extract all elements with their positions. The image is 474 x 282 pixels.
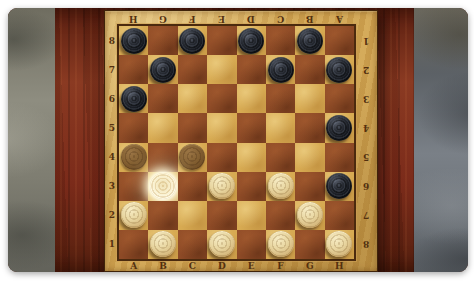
- rank-label-2: 2: [354, 55, 379, 84]
- square-h7[interactable]: [325, 55, 354, 84]
- file-label-a: A: [119, 259, 148, 272]
- file-label-b: B: [295, 11, 324, 26]
- rank-label-4: 4: [354, 113, 379, 142]
- rank-label-6: 6: [105, 84, 119, 113]
- rank-label-2: 2: [105, 201, 119, 230]
- checkers-board: HGFEDCBA ABCDEFGH 87654321 12345678: [104, 10, 378, 272]
- file-label-b: B: [148, 259, 177, 272]
- square-d4: [207, 143, 236, 172]
- blurred-backdrop-left: [8, 8, 55, 272]
- rank-label-7: 7: [354, 201, 379, 230]
- screenshot-root: { "game": "checkers", "board": { "files_…: [0, 0, 474, 282]
- square-e3: [237, 172, 266, 201]
- square-f1[interactable]: [266, 230, 295, 259]
- dark-piece-b7[interactable]: [150, 57, 176, 83]
- rank-label-8: 8: [354, 230, 379, 259]
- file-label-c: C: [266, 11, 295, 26]
- rank-label-5: 5: [105, 113, 119, 142]
- light-piece-h1[interactable]: [326, 231, 352, 257]
- square-g6[interactable]: [295, 84, 324, 113]
- light-piece-f1[interactable]: [268, 231, 294, 257]
- rank-label-1: 1: [354, 26, 379, 55]
- file-label-g: G: [295, 259, 324, 272]
- rank-label-1: 1: [105, 230, 119, 259]
- rank-labels-left: 87654321: [105, 26, 119, 259]
- square-e6[interactable]: [237, 84, 266, 113]
- square-g2[interactable]: [295, 201, 324, 230]
- square-g8[interactable]: [295, 26, 324, 55]
- square-a1: [119, 230, 148, 259]
- square-b5[interactable]: [148, 113, 177, 142]
- file-label-g: G: [148, 11, 177, 26]
- dark-piece-e8[interactable]: [238, 28, 264, 54]
- selected-light-piece-b3[interactable]: [150, 173, 176, 199]
- square-a5: [119, 113, 148, 142]
- square-e2[interactable]: [237, 201, 266, 230]
- dark-piece-a8[interactable]: [121, 28, 147, 54]
- square-h3[interactable]: [325, 172, 354, 201]
- dark-piece-f7[interactable]: [268, 57, 294, 83]
- dark-piece-h3[interactable]: [326, 173, 352, 199]
- dark-piece-h5[interactable]: [326, 115, 352, 141]
- move-preview-a4[interactable]: [121, 144, 147, 170]
- square-d2: [207, 201, 236, 230]
- square-d5[interactable]: [207, 113, 236, 142]
- square-h2: [325, 201, 354, 230]
- square-c5: [178, 113, 207, 142]
- file-label-f: F: [178, 11, 207, 26]
- square-e4[interactable]: [237, 143, 266, 172]
- square-d8: [207, 26, 236, 55]
- file-label-d: D: [237, 11, 266, 26]
- square-a2[interactable]: [119, 201, 148, 230]
- game-scene: HGFEDCBA ABCDEFGH 87654321 12345678: [8, 8, 468, 272]
- rank-label-4: 4: [105, 143, 119, 172]
- square-e1: [237, 230, 266, 259]
- light-piece-f3[interactable]: [268, 173, 294, 199]
- square-g4[interactable]: [295, 143, 324, 172]
- square-h8: [325, 26, 354, 55]
- square-c7: [178, 55, 207, 84]
- square-f5[interactable]: [266, 113, 295, 142]
- file-label-d: D: [207, 259, 236, 272]
- file-labels-top: HGFEDCBA: [119, 11, 354, 26]
- file-label-e: E: [207, 11, 236, 26]
- rank-label-7: 7: [105, 55, 119, 84]
- blurred-backdrop-right: [414, 8, 468, 272]
- square-f6: [266, 84, 295, 113]
- board-squares-grid: [119, 26, 354, 259]
- file-label-c: C: [178, 259, 207, 272]
- rank-label-3: 3: [354, 84, 379, 113]
- square-g3: [295, 172, 324, 201]
- square-e8[interactable]: [237, 26, 266, 55]
- square-b6: [148, 84, 177, 113]
- square-b7[interactable]: [148, 55, 177, 84]
- square-e7: [237, 55, 266, 84]
- rank-label-6: 6: [354, 172, 379, 201]
- square-b1[interactable]: [148, 230, 177, 259]
- square-g1: [295, 230, 324, 259]
- square-c2[interactable]: [178, 201, 207, 230]
- square-a8[interactable]: [119, 26, 148, 55]
- square-c3: [178, 172, 207, 201]
- file-label-h: H: [119, 11, 148, 26]
- square-g7: [295, 55, 324, 84]
- dark-piece-c8[interactable]: [179, 28, 205, 54]
- file-label-e: E: [237, 259, 266, 272]
- square-a6[interactable]: [119, 84, 148, 113]
- dark-piece-h7[interactable]: [326, 57, 352, 83]
- square-h6: [325, 84, 354, 113]
- rank-label-8: 8: [105, 26, 119, 55]
- rank-labels-right: 12345678: [354, 26, 379, 259]
- square-h4: [325, 143, 354, 172]
- square-c1: [178, 230, 207, 259]
- square-b2: [148, 201, 177, 230]
- light-piece-d1[interactable]: [209, 231, 235, 257]
- file-label-f: F: [266, 259, 295, 272]
- square-d7[interactable]: [207, 55, 236, 84]
- square-b4: [148, 143, 177, 172]
- square-f4: [266, 143, 295, 172]
- square-b8: [148, 26, 177, 55]
- square-a7: [119, 55, 148, 84]
- square-h5[interactable]: [325, 113, 354, 142]
- square-c4[interactable]: [178, 143, 207, 172]
- square-g5: [295, 113, 324, 142]
- file-labels-bottom: ABCDEFGH: [119, 259, 354, 272]
- square-a4[interactable]: [119, 143, 148, 172]
- square-c8[interactable]: [178, 26, 207, 55]
- light-piece-d3[interactable]: [209, 173, 235, 199]
- square-b3[interactable]: [148, 172, 177, 201]
- light-piece-g2[interactable]: [297, 202, 323, 228]
- file-label-a: A: [325, 11, 354, 26]
- light-piece-b1[interactable]: [150, 231, 176, 257]
- square-f2: [266, 201, 295, 230]
- move-preview-c4[interactable]: [179, 144, 205, 170]
- square-f7[interactable]: [266, 55, 295, 84]
- file-label-h: H: [325, 259, 354, 272]
- square-d3[interactable]: [207, 172, 236, 201]
- square-f3[interactable]: [266, 172, 295, 201]
- square-d1[interactable]: [207, 230, 236, 259]
- square-c6[interactable]: [178, 84, 207, 113]
- dark-piece-g8[interactable]: [297, 28, 323, 54]
- square-a3: [119, 172, 148, 201]
- rank-label-3: 3: [105, 172, 119, 201]
- square-h1[interactable]: [325, 230, 354, 259]
- square-d6: [207, 84, 236, 113]
- dark-piece-a6[interactable]: [121, 86, 147, 112]
- square-e5: [237, 113, 266, 142]
- rank-label-5: 5: [354, 143, 379, 172]
- light-piece-a2[interactable]: [121, 202, 147, 228]
- square-f8: [266, 26, 295, 55]
